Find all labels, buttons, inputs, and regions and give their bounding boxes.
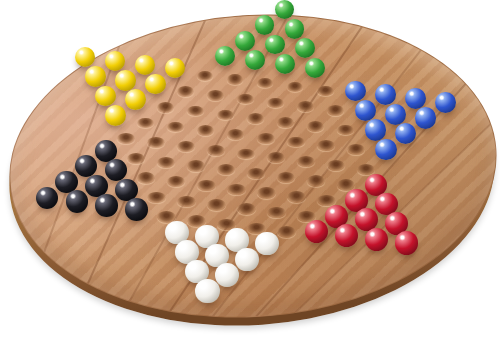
hole-r9c4[interactable] <box>207 145 225 156</box>
hole-r10c8[interactable] <box>307 175 325 186</box>
marble-blue[interactable] <box>365 119 386 140</box>
hole-r5c9[interactable] <box>317 86 334 96</box>
board-holes-layer <box>0 0 500 344</box>
hole-r9c1[interactable] <box>117 133 134 144</box>
hole-r11c8[interactable] <box>287 191 305 202</box>
hole-r11c6[interactable] <box>227 184 245 195</box>
marble-blue[interactable] <box>395 123 416 144</box>
hole-r10c7[interactable] <box>277 172 295 183</box>
hole-r7c6[interactable] <box>247 113 264 124</box>
hole-r7c8[interactable] <box>307 121 324 132</box>
marble-yellow[interactable] <box>145 74 166 95</box>
marble-blue[interactable] <box>415 107 436 128</box>
hole-r6c9[interactable] <box>327 105 344 115</box>
hole-r8c7[interactable] <box>287 137 304 148</box>
marble-yellow[interactable] <box>105 105 126 126</box>
hole-r11c5[interactable] <box>197 180 215 191</box>
hole-r5c7[interactable] <box>257 78 273 88</box>
hole-r8c9[interactable] <box>347 144 365 155</box>
hole-r10c6[interactable] <box>247 168 265 179</box>
hole-r9c2[interactable] <box>147 137 164 148</box>
hole-r8c5[interactable] <box>227 129 244 140</box>
marble-yellow[interactable] <box>85 66 105 86</box>
marble-green[interactable] <box>275 0 294 19</box>
marble-green[interactable] <box>215 46 235 66</box>
marble-red[interactable] <box>305 220 328 243</box>
marble-green[interactable] <box>295 38 315 58</box>
hole-r5c6[interactable] <box>227 74 243 84</box>
hole-r12c4[interactable] <box>147 192 165 203</box>
hole-r5c8[interactable] <box>287 82 304 92</box>
hole-r6c6[interactable] <box>237 94 254 104</box>
hole-r11c4[interactable] <box>167 176 185 187</box>
hole-r6c4[interactable] <box>177 86 194 96</box>
hole-r6c5[interactable] <box>207 90 224 100</box>
hole-r11c3[interactable] <box>137 172 155 183</box>
hole-r8c2[interactable] <box>137 118 154 129</box>
hole-r8c4[interactable] <box>197 125 214 136</box>
marble-blue[interactable] <box>405 88 426 109</box>
marble-blue[interactable] <box>375 139 397 161</box>
marble-black[interactable] <box>105 159 127 181</box>
marble-red[interactable] <box>395 231 418 254</box>
hole-r9c3[interactable] <box>177 141 195 152</box>
marble-red[interactable] <box>335 224 358 247</box>
hole-r13c9[interactable] <box>277 226 296 238</box>
marble-black[interactable] <box>36 187 59 210</box>
marble-blue[interactable] <box>385 104 406 125</box>
marble-green[interactable] <box>245 50 265 70</box>
marble-green[interactable] <box>305 58 325 78</box>
hole-r9c7[interactable] <box>297 156 315 167</box>
marble-yellow[interactable] <box>95 86 116 107</box>
hole-r5c5[interactable] <box>197 71 213 81</box>
hole-r12c7[interactable] <box>237 203 256 215</box>
hole-r10c3[interactable] <box>157 157 175 168</box>
marble-red[interactable] <box>365 228 388 251</box>
hole-r7c9[interactable] <box>337 125 354 136</box>
marble-green[interactable] <box>275 54 295 74</box>
marble-blue[interactable] <box>355 100 376 121</box>
marble-white[interactable] <box>195 279 219 303</box>
hole-r10c2[interactable] <box>127 153 145 164</box>
marble-black[interactable] <box>95 194 118 217</box>
marble-yellow[interactable] <box>135 55 155 75</box>
marble-yellow[interactable] <box>165 58 185 78</box>
hole-r12c5[interactable] <box>177 196 196 207</box>
marble-blue[interactable] <box>345 81 366 102</box>
marble-yellow[interactable] <box>115 70 135 90</box>
hole-r6c7[interactable] <box>267 98 284 108</box>
hole-r7c4[interactable] <box>187 106 204 117</box>
hole-r9c5[interactable] <box>237 149 255 160</box>
marble-white[interactable] <box>235 248 259 272</box>
chinese-checkers-photo <box>0 0 500 344</box>
marble-blue[interactable] <box>375 84 396 105</box>
hole-r9c8[interactable] <box>327 160 345 171</box>
hole-r8c6[interactable] <box>257 133 274 144</box>
marble-yellow[interactable] <box>105 51 125 71</box>
marble-blue[interactable] <box>435 92 456 113</box>
hole-r10c4[interactable] <box>187 160 205 171</box>
hole-r11c7[interactable] <box>257 187 275 198</box>
hole-r7c7[interactable] <box>277 117 294 128</box>
hole-r8c8[interactable] <box>317 140 335 151</box>
hole-r9c6[interactable] <box>267 152 285 163</box>
marble-green[interactable] <box>255 15 274 34</box>
hole-r7c3[interactable] <box>157 102 174 112</box>
marble-green[interactable] <box>265 35 285 55</box>
marble-white[interactable] <box>255 232 278 255</box>
hole-r9c9[interactable] <box>357 164 375 175</box>
hole-r12c8[interactable] <box>267 207 286 219</box>
marble-yellow[interactable] <box>75 47 95 67</box>
hole-r10c5[interactable] <box>217 164 235 175</box>
marble-yellow[interactable] <box>125 89 146 110</box>
marble-black[interactable] <box>66 190 89 213</box>
marble-green[interactable] <box>285 19 305 39</box>
hole-r7c5[interactable] <box>217 110 234 121</box>
marble-black[interactable] <box>125 198 148 221</box>
hole-r12c6[interactable] <box>207 199 226 211</box>
marble-white[interactable] <box>215 263 239 287</box>
hole-r8c3[interactable] <box>167 122 184 133</box>
hole-r6c8[interactable] <box>297 101 314 111</box>
marble-green[interactable] <box>235 31 255 51</box>
